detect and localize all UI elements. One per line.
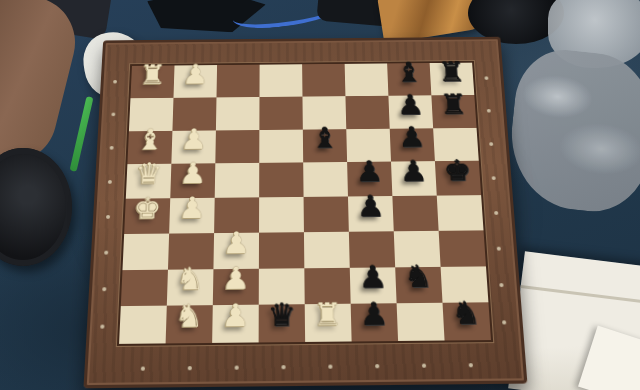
square-e5[interactable] (304, 196, 349, 231)
frame-marker-dot (111, 113, 115, 117)
square-a6[interactable] (345, 63, 389, 95)
square-e7[interactable] (392, 196, 438, 231)
photo-scene: { "game": "chess", "scene_description": … (0, 0, 640, 390)
square-g7[interactable]: ♞ (395, 266, 442, 303)
frame-marker-dot (104, 251, 108, 255)
square-d5[interactable] (303, 162, 348, 197)
piece-white-bishop[interactable]: ♝ (128, 123, 173, 157)
frame-marker-dot (487, 109, 491, 113)
frame-marker-dot (502, 320, 506, 324)
frame-marker-dot (489, 142, 493, 146)
square-f1[interactable] (123, 233, 170, 269)
frame-marker-dot (188, 366, 192, 370)
square-e6[interactable]: ♟ (348, 196, 394, 231)
piece-white-rook[interactable]: ♜ (131, 59, 175, 91)
square-a5[interactable] (302, 64, 345, 96)
frame-marker-dot (110, 146, 114, 150)
square-h1[interactable] (119, 306, 167, 344)
square-f5[interactable] (304, 231, 350, 267)
piece-white-rook[interactable]: ♜ (305, 296, 352, 334)
frame-marker-dot (469, 363, 473, 367)
square-b6[interactable] (345, 96, 389, 129)
frame-marker-dot (492, 176, 496, 180)
piece-black-pawn[interactable]: ♟ (391, 154, 437, 189)
square-d3[interactable] (215, 163, 260, 198)
square-h8[interactable]: ♞ (443, 303, 491, 341)
square-g1[interactable] (121, 269, 168, 306)
piece-black-pawn[interactable]: ♟ (350, 295, 397, 333)
square-a3[interactable] (216, 65, 259, 98)
square-h6[interactable]: ♟ (351, 303, 398, 341)
piece-black-rook[interactable]: ♜ (431, 88, 476, 121)
square-e8[interactable] (437, 195, 484, 230)
piece-white-pawn[interactable]: ♟ (169, 190, 214, 225)
black-ashtray (0, 148, 72, 266)
piece-black-pawn[interactable]: ♟ (350, 259, 397, 296)
square-d4[interactable] (259, 163, 303, 198)
frame-marker-dot (106, 215, 110, 219)
piece-white-knight[interactable]: ♞ (166, 297, 213, 335)
frame-marker-dot (494, 211, 498, 215)
piece-black-bishop[interactable]: ♝ (303, 122, 347, 156)
frame-marker-dot (484, 76, 488, 80)
square-a2[interactable]: ♟ (173, 65, 217, 98)
frame-marker-dot (141, 367, 145, 371)
square-a1[interactable]: ♜ (130, 65, 174, 98)
square-e1[interactable]: ♚ (124, 198, 170, 234)
piece-white-pawn[interactable]: ♟ (214, 225, 259, 261)
square-b3[interactable] (216, 97, 260, 130)
square-h4[interactable]: ♛ (259, 304, 305, 342)
piece-black-bishop[interactable]: ♝ (387, 56, 431, 88)
piece-white-queen[interactable]: ♛ (126, 157, 171, 192)
square-h7[interactable] (397, 303, 445, 341)
frame-marker-dot (497, 247, 501, 251)
frame-marker-dot (281, 365, 285, 369)
piece-white-knight[interactable]: ♞ (167, 261, 214, 298)
piece-black-rook[interactable]: ♜ (429, 56, 474, 88)
piece-white-king[interactable]: ♚ (125, 191, 171, 226)
square-f8[interactable] (439, 230, 486, 266)
piece-white-pawn[interactable]: ♟ (170, 156, 215, 191)
chessboard: ♜♟♝♜♟♜♝♟♝♟♛♟♟♟♚♚♟♟♟♞♟♟♞♞♟♛♜♟♞ (83, 37, 527, 389)
square-e4[interactable] (259, 197, 304, 232)
piece-black-pawn[interactable]: ♟ (388, 88, 433, 121)
frame-marker-dot (100, 325, 104, 329)
square-b4[interactable] (259, 96, 302, 129)
frame-marker-dot (113, 80, 117, 84)
frame-marker-dot (422, 364, 426, 368)
piece-white-pawn[interactable]: ♟ (212, 297, 259, 335)
square-a4[interactable] (259, 64, 302, 97)
square-h2[interactable]: ♞ (166, 305, 213, 343)
piece-black-pawn[interactable]: ♟ (347, 154, 392, 189)
piece-white-pawn[interactable]: ♟ (172, 123, 216, 157)
frame-marker-dot (235, 366, 239, 370)
piece-white-pawn[interactable]: ♟ (174, 58, 217, 90)
piece-black-king[interactable]: ♚ (435, 154, 481, 188)
frame-marker-dot (328, 365, 332, 369)
square-c5[interactable]: ♝ (303, 129, 347, 163)
frame-marker-dot (108, 180, 112, 184)
piece-black-knight[interactable]: ♞ (442, 295, 490, 333)
square-c3[interactable] (215, 130, 259, 164)
square-e2[interactable]: ♟ (169, 198, 215, 234)
square-c4[interactable] (259, 129, 303, 163)
piece-black-knight[interactable]: ♞ (395, 259, 442, 296)
board-grid: ♜♟♝♜♟♜♝♟♝♟♛♟♟♟♚♚♟♟♟♞♟♟♞♞♟♛♜♟♞ (119, 63, 491, 344)
square-h3[interactable]: ♟ (212, 305, 259, 343)
frame-marker-dot (375, 364, 379, 368)
square-d7[interactable]: ♟ (391, 161, 437, 196)
piece-black-pawn[interactable]: ♟ (348, 189, 394, 224)
piece-white-pawn[interactable]: ♟ (213, 260, 259, 297)
square-h5[interactable]: ♜ (305, 304, 352, 342)
square-f4[interactable] (259, 232, 304, 268)
frame-marker-dot (102, 287, 106, 291)
square-d8[interactable]: ♚ (435, 161, 481, 196)
piece-black-pawn[interactable]: ♟ (389, 121, 434, 155)
frame-marker-dot (499, 283, 503, 287)
square-b8[interactable]: ♜ (431, 95, 476, 128)
piece-black-queen[interactable]: ♛ (259, 296, 305, 334)
